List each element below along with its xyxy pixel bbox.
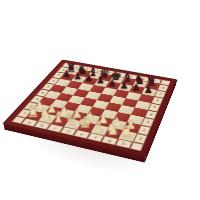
piece-white-rook: ♜ bbox=[26, 104, 39, 119]
piece-black-pawn: ♟ bbox=[96, 76, 105, 85]
piece-white-knight: ♞ bbox=[105, 121, 119, 137]
product-photo: abcdefgh8♜♞♝♛♚♝♞♜87♟♟♟♟♟♟♟♟7665544332♟♟♟… bbox=[0, 0, 200, 200]
scene: abcdefgh8♜♞♝♛♚♝♞♜87♟♟♟♟♟♟♟♟7665544332♟♟♟… bbox=[29, 32, 165, 168]
piece-black-pawn: ♟ bbox=[107, 78, 116, 88]
piece-white-queen: ♛ bbox=[64, 112, 78, 127]
piece-white-knight: ♞ bbox=[38, 107, 52, 122]
piece-black-pawn: ♟ bbox=[62, 70, 70, 79]
piece-black-pawn: ♟ bbox=[144, 85, 153, 95]
piece-white-rook: ♜ bbox=[119, 124, 133, 140]
piece-white-king: ♚ bbox=[77, 115, 91, 131]
piece-black-pawn: ♟ bbox=[84, 74, 92, 83]
board-grid: abcdefgh8♜♞♝♛♚♝♞♜87♟♟♟♟♟♟♟♟7665544332♟♟♟… bbox=[11, 63, 171, 152]
piece-white-bishop: ♝ bbox=[51, 109, 65, 124]
piece-black-pawn: ♟ bbox=[73, 72, 81, 81]
chess-board: abcdefgh8♜♞♝♛♚♝♞♜87♟♟♟♟♟♟♟♟7665544332♟♟♟… bbox=[2, 60, 177, 158]
piece-black-pawn: ♟ bbox=[131, 83, 140, 93]
piece-black-pawn: ♟ bbox=[119, 81, 128, 91]
border-corner bbox=[130, 142, 144, 152]
piece-white-bishop: ♝ bbox=[91, 118, 105, 134]
